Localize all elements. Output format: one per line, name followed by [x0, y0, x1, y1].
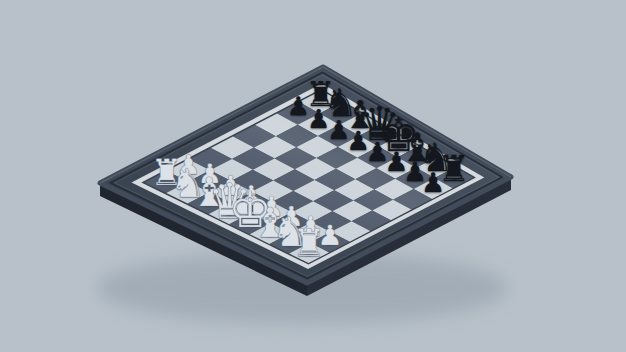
chess-board	[0, 0, 626, 352]
chess-scene: ♜♞♝♛♚♝♞♜♟♟♟♟♟♟♟♟♟♟♟♟♟♟♟♟♜♞♝♛♚♝♞♜	[0, 0, 626, 352]
